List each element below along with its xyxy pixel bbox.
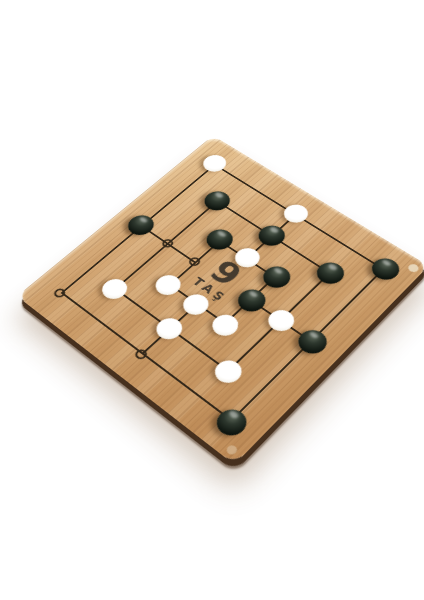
scene: 9 TAŞ bbox=[0, 0, 424, 600]
white-stone-b2[interactable] bbox=[97, 275, 132, 303]
product-photo-stage: 9 TAŞ bbox=[0, 0, 424, 600]
black-stone-g4[interactable] bbox=[292, 326, 332, 359]
empty-point-ring-a1 bbox=[52, 287, 67, 299]
point-f6[interactable] bbox=[304, 252, 358, 295]
white-stone-f4[interactable] bbox=[263, 306, 299, 336]
empty-point-ring-c4 bbox=[187, 256, 202, 268]
point-g1[interactable] bbox=[202, 397, 262, 449]
point-a7[interactable] bbox=[190, 146, 240, 182]
white-stone-d7[interactable] bbox=[279, 201, 313, 226]
points-grid bbox=[33, 146, 412, 448]
white-stone-a7[interactable] bbox=[199, 152, 231, 175]
empty-point-ring-b4 bbox=[160, 238, 175, 250]
point-g7[interactable] bbox=[358, 248, 412, 290]
point-b2[interactable] bbox=[87, 268, 141, 311]
morris-board: 9 TAŞ bbox=[17, 135, 424, 464]
white-stone-e3[interactable] bbox=[207, 310, 243, 340]
white-stone-d2[interactable] bbox=[151, 314, 187, 344]
play-area: 9 TAŞ bbox=[60, 164, 385, 422]
black-stone-b6[interactable] bbox=[199, 187, 235, 214]
empty-point-ring-d1 bbox=[134, 348, 150, 361]
black-stone-g7[interactable] bbox=[366, 254, 404, 284]
white-stone-f2[interactable] bbox=[210, 356, 248, 388]
black-stone-g1[interactable] bbox=[211, 404, 253, 440]
black-stone-f6[interactable] bbox=[312, 258, 350, 288]
point-a1[interactable] bbox=[33, 272, 87, 315]
point-f2[interactable] bbox=[199, 348, 257, 396]
point-b6[interactable] bbox=[192, 182, 243, 220]
